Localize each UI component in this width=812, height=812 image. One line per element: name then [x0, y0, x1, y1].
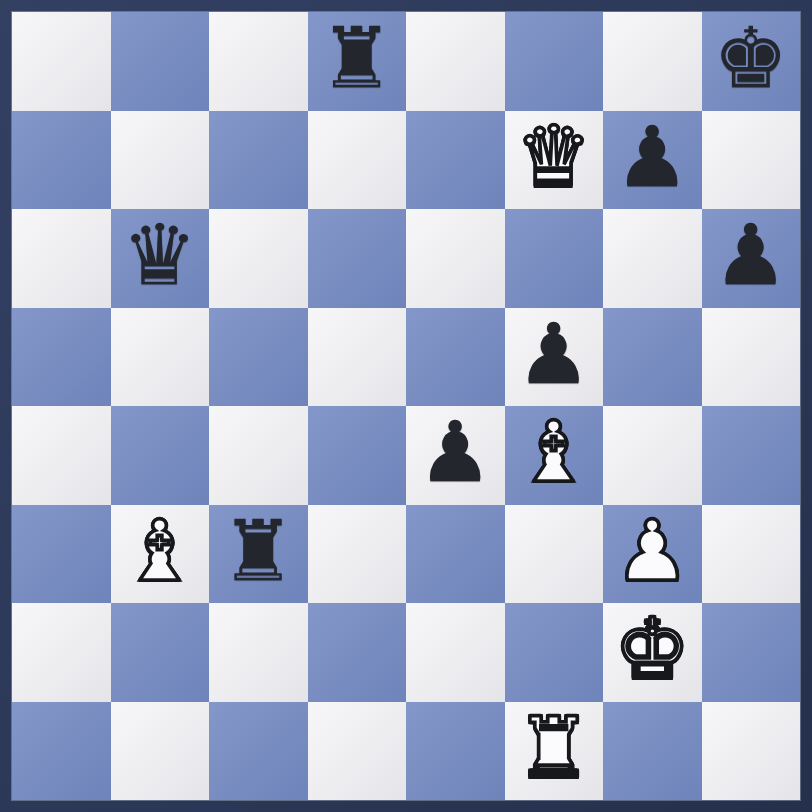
board-frame: ♜♚♛♟♛♟♟♟♝♝♜♟♚♜ — [0, 0, 812, 812]
square-c6[interactable] — [209, 209, 308, 308]
square-g2[interactable]: ♚ — [603, 603, 702, 702]
square-h1[interactable] — [702, 702, 801, 801]
square-g1[interactable] — [603, 702, 702, 801]
square-f8[interactable] — [505, 12, 604, 111]
square-g7[interactable]: ♟ — [603, 111, 702, 210]
square-f5[interactable]: ♟ — [505, 308, 604, 407]
square-c8[interactable] — [209, 12, 308, 111]
square-b4[interactable] — [111, 406, 210, 505]
white-pawn-g3[interactable]: ♟ — [615, 509, 690, 593]
square-b2[interactable] — [111, 603, 210, 702]
square-e8[interactable] — [406, 12, 505, 111]
square-a4[interactable] — [12, 406, 111, 505]
square-g3[interactable]: ♟ — [603, 505, 702, 604]
square-d4[interactable] — [308, 406, 407, 505]
square-h4[interactable] — [702, 406, 801, 505]
black-pawn-e4[interactable]: ♟ — [418, 410, 493, 494]
square-g8[interactable] — [603, 12, 702, 111]
square-b6[interactable]: ♛ — [111, 209, 210, 308]
white-bishop-f4[interactable]: ♝ — [516, 410, 591, 494]
square-a7[interactable] — [12, 111, 111, 210]
square-e4[interactable]: ♟ — [406, 406, 505, 505]
square-h6[interactable]: ♟ — [702, 209, 801, 308]
square-b8[interactable] — [111, 12, 210, 111]
square-a5[interactable] — [12, 308, 111, 407]
square-a2[interactable] — [12, 603, 111, 702]
square-c5[interactable] — [209, 308, 308, 407]
square-e7[interactable] — [406, 111, 505, 210]
square-e5[interactable] — [406, 308, 505, 407]
square-b5[interactable] — [111, 308, 210, 407]
square-a8[interactable] — [12, 12, 111, 111]
square-d8[interactable]: ♜ — [308, 12, 407, 111]
square-b3[interactable]: ♝ — [111, 505, 210, 604]
square-b1[interactable] — [111, 702, 210, 801]
black-rook-c3[interactable]: ♜ — [221, 509, 296, 593]
square-h8[interactable]: ♚ — [702, 12, 801, 111]
square-c3[interactable]: ♜ — [209, 505, 308, 604]
square-d7[interactable] — [308, 111, 407, 210]
square-c7[interactable] — [209, 111, 308, 210]
square-d6[interactable] — [308, 209, 407, 308]
square-c2[interactable] — [209, 603, 308, 702]
chess-board[interactable]: ♜♚♛♟♛♟♟♟♝♝♜♟♚♜ — [12, 12, 800, 800]
square-e6[interactable] — [406, 209, 505, 308]
square-d2[interactable] — [308, 603, 407, 702]
square-f7[interactable]: ♛ — [505, 111, 604, 210]
square-h5[interactable] — [702, 308, 801, 407]
square-d1[interactable] — [308, 702, 407, 801]
square-f4[interactable]: ♝ — [505, 406, 604, 505]
white-bishop-b3[interactable]: ♝ — [122, 509, 197, 593]
square-a1[interactable] — [12, 702, 111, 801]
square-h3[interactable] — [702, 505, 801, 604]
white-king-g2[interactable]: ♚ — [615, 607, 690, 691]
square-f1[interactable]: ♜ — [505, 702, 604, 801]
square-g5[interactable] — [603, 308, 702, 407]
black-pawn-g7[interactable]: ♟ — [615, 115, 690, 199]
square-c1[interactable] — [209, 702, 308, 801]
black-king-h8[interactable]: ♚ — [713, 16, 788, 100]
square-e1[interactable] — [406, 702, 505, 801]
black-queen-b6[interactable]: ♛ — [122, 213, 197, 297]
square-g4[interactable] — [603, 406, 702, 505]
square-f2[interactable] — [505, 603, 604, 702]
square-f6[interactable] — [505, 209, 604, 308]
square-d5[interactable] — [308, 308, 407, 407]
square-c4[interactable] — [209, 406, 308, 505]
black-pawn-h6[interactable]: ♟ — [713, 213, 788, 297]
square-e2[interactable] — [406, 603, 505, 702]
square-d3[interactable] — [308, 505, 407, 604]
square-g6[interactable] — [603, 209, 702, 308]
white-queen-f7[interactable]: ♛ — [516, 115, 591, 199]
white-rook-f1[interactable]: ♜ — [516, 706, 591, 790]
square-a3[interactable] — [12, 505, 111, 604]
square-f3[interactable] — [505, 505, 604, 604]
black-pawn-f5[interactable]: ♟ — [516, 312, 591, 396]
square-b7[interactable] — [111, 111, 210, 210]
square-h2[interactable] — [702, 603, 801, 702]
square-h7[interactable] — [702, 111, 801, 210]
square-a6[interactable] — [12, 209, 111, 308]
square-e3[interactable] — [406, 505, 505, 604]
black-rook-d8[interactable]: ♜ — [319, 16, 394, 100]
